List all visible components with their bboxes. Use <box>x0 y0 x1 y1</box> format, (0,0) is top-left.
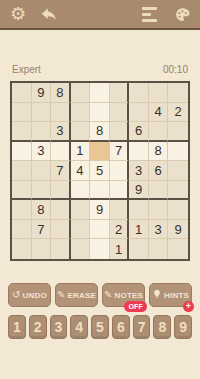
hints-button[interactable]: HINTS + <box>149 283 192 307</box>
cell-r6c6[interactable] <box>110 181 130 201</box>
sudoku-board: 9842386317874536989721391 <box>10 81 190 261</box>
cell-r5c7[interactable]: 3 <box>129 161 149 181</box>
cell-r1c7[interactable] <box>129 83 149 103</box>
notes-pencil-icon: ✎ <box>104 290 113 300</box>
cell-r2c2[interactable] <box>32 103 52 123</box>
erase-button[interactable]: ✎ ERASE <box>55 283 98 307</box>
cell-r9c3[interactable] <box>51 239 71 259</box>
cell-r9c1[interactable] <box>12 239 32 259</box>
erase-label: ERASE <box>68 291 97 300</box>
cell-r8c9[interactable]: 9 <box>168 220 188 240</box>
cell-r3c6[interactable] <box>110 122 130 142</box>
cell-r5c3[interactable]: 7 <box>51 161 71 181</box>
action-buttons: ↺ UNDO ✎ ERASE ✎ NOTES OFF HINTS + <box>8 283 192 307</box>
cell-r1c8[interactable] <box>149 83 169 103</box>
cell-r1c1[interactable] <box>12 83 32 103</box>
settings-gear-icon[interactable]: ⚙ <box>8 4 28 24</box>
cell-r4c1[interactable] <box>12 142 32 162</box>
cell-r7c4[interactable] <box>71 200 91 220</box>
cell-r9c2[interactable] <box>32 239 52 259</box>
undo-label: UNDO <box>23 291 47 300</box>
cell-r9c4[interactable] <box>71 239 91 259</box>
cell-r3c7[interactable]: 6 <box>129 122 149 142</box>
cell-r2c5[interactable] <box>90 103 110 123</box>
cell-r1c6[interactable] <box>110 83 130 103</box>
numpad-2[interactable]: 2 <box>29 315 47 339</box>
cell-r2c3[interactable] <box>51 103 71 123</box>
cell-r4c4[interactable]: 1 <box>71 142 91 162</box>
cell-r6c8[interactable] <box>149 181 169 201</box>
cell-r7c7[interactable] <box>129 200 149 220</box>
cell-r4c6[interactable]: 7 <box>110 142 130 162</box>
cell-r1c4[interactable] <box>71 83 91 103</box>
erase-pencil-icon: ✎ <box>57 290 66 300</box>
theme-palette-icon[interactable] <box>172 4 192 24</box>
cell-r9c5[interactable] <box>90 239 110 259</box>
cell-r2c1[interactable] <box>12 103 32 123</box>
cell-r7c1[interactable] <box>12 200 32 220</box>
cell-r8c8[interactable]: 3 <box>149 220 169 240</box>
cell-r4c3[interactable] <box>51 142 71 162</box>
undo-icon: ↺ <box>12 290 21 300</box>
cell-r3c8[interactable] <box>149 122 169 142</box>
cell-r9c6[interactable]: 1 <box>110 239 130 259</box>
cell-r4c8[interactable]: 8 <box>149 142 169 162</box>
cell-r6c2[interactable] <box>32 181 52 201</box>
cell-r1c2[interactable]: 9 <box>32 83 52 103</box>
cell-r9c7[interactable] <box>129 239 149 259</box>
cell-r3c4[interactable] <box>71 122 91 142</box>
hints-label: HINTS <box>164 291 189 300</box>
cell-r7c8[interactable] <box>149 200 169 220</box>
number-pad: 123456789 <box>8 315 192 339</box>
cell-r6c5[interactable] <box>90 181 110 201</box>
notes-off-badge: OFF <box>124 301 147 312</box>
cell-r5c1[interactable] <box>12 161 32 181</box>
cell-r2c8[interactable]: 4 <box>149 103 169 123</box>
cell-r3c1[interactable] <box>12 122 32 142</box>
cell-r1c9[interactable] <box>168 83 188 103</box>
cell-r4c9[interactable] <box>168 142 188 162</box>
cell-r8c2[interactable]: 7 <box>32 220 52 240</box>
cell-r1c3[interactable]: 8 <box>51 83 71 103</box>
cell-r9c8[interactable] <box>149 239 169 259</box>
notes-button[interactable]: ✎ NOTES OFF <box>102 283 145 307</box>
cell-r7c6[interactable] <box>110 200 130 220</box>
difficulty-label: Expert <box>12 64 41 75</box>
cell-r2c6[interactable] <box>110 103 130 123</box>
numpad-8[interactable]: 8 <box>153 315 171 339</box>
cell-r6c7[interactable]: 9 <box>129 181 149 201</box>
undo-button[interactable]: ↺ UNDO <box>8 283 51 307</box>
cell-r5c2[interactable] <box>32 161 52 181</box>
timer: 00:10 <box>163 64 188 75</box>
notes-label: NOTES <box>115 291 144 300</box>
cell-r8c3[interactable] <box>51 220 71 240</box>
numpad-3[interactable]: 3 <box>50 315 68 339</box>
cell-r3c2[interactable] <box>32 122 52 142</box>
cell-r4c7[interactable] <box>129 142 149 162</box>
numpad-7[interactable]: 7 <box>133 315 151 339</box>
cell-r8c7[interactable]: 1 <box>129 220 149 240</box>
cell-r5c6[interactable] <box>110 161 130 181</box>
back-reply-icon[interactable] <box>38 4 58 24</box>
cell-r7c2[interactable]: 8 <box>32 200 52 220</box>
cell-r6c3[interactable] <box>51 181 71 201</box>
cell-r8c4[interactable] <box>71 220 91 240</box>
cell-r8c1[interactable] <box>12 220 32 240</box>
cell-r5c8[interactable]: 6 <box>149 161 169 181</box>
cell-r8c6[interactable]: 2 <box>110 220 130 240</box>
cell-r6c9[interactable] <box>168 181 188 201</box>
cell-r3c3[interactable]: 3 <box>51 122 71 142</box>
cell-r2c7[interactable] <box>129 103 149 123</box>
cell-r4c2[interactable]: 3 <box>32 142 52 162</box>
cell-r6c4[interactable] <box>71 181 91 201</box>
cell-r5c4[interactable]: 4 <box>71 161 91 181</box>
cell-r3c9[interactable] <box>168 122 188 142</box>
numpad-4[interactable]: 4 <box>70 315 88 339</box>
cell-r7c5[interactable]: 9 <box>90 200 110 220</box>
cell-r5c5[interactable]: 5 <box>90 161 110 181</box>
numpad-9[interactable]: 9 <box>174 315 192 339</box>
cell-r4c5[interactable] <box>90 142 110 162</box>
cell-r3c5[interactable]: 8 <box>90 122 110 142</box>
cell-r7c3[interactable] <box>51 200 71 220</box>
numpad-1[interactable]: 1 <box>8 315 26 339</box>
cell-r8c5[interactable] <box>90 220 110 240</box>
cell-r5c9[interactable] <box>168 161 188 181</box>
hints-bulb-icon <box>152 289 162 301</box>
cell-r2c9[interactable]: 2 <box>168 103 188 123</box>
top-bar: ⚙ <box>0 0 200 30</box>
stats-list-icon[interactable] <box>142 4 162 24</box>
numpad-5[interactable]: 5 <box>91 315 109 339</box>
cell-r2c4[interactable] <box>71 103 91 123</box>
game-meta: Expert 00:10 <box>0 64 200 75</box>
hints-plus-badge: + <box>183 301 194 312</box>
cell-r1c5[interactable] <box>90 83 110 103</box>
cell-r7c9[interactable] <box>168 200 188 220</box>
cell-r6c1[interactable] <box>12 181 32 201</box>
numpad-6[interactable]: 6 <box>112 315 130 339</box>
cell-r9c9[interactable] <box>168 239 188 259</box>
